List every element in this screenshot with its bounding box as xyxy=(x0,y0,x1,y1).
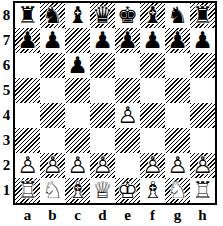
square-e4[interactable]: ♟♙ xyxy=(115,103,140,128)
square-f6[interactable] xyxy=(140,53,165,78)
square-d5[interactable] xyxy=(90,78,115,103)
white-pawn-f2: ♟♙ xyxy=(140,153,165,178)
square-h1[interactable]: ♜♖ xyxy=(190,178,215,203)
square-e8[interactable]: ♚ xyxy=(115,3,140,28)
file-label-b: b xyxy=(40,204,65,226)
white-pawn-b2: ♟♙ xyxy=(40,153,65,178)
rank-label-8: 8 xyxy=(0,3,13,28)
black-pawn-e7: ♟ xyxy=(115,28,140,53)
square-f3[interactable] xyxy=(140,128,165,153)
piece-outline: ♖ xyxy=(190,178,215,203)
square-a6[interactable] xyxy=(15,53,40,78)
black-rook-h8: ♜ xyxy=(190,3,215,28)
white-pawn-g2: ♟♙ xyxy=(165,153,190,178)
white-pawn-d2: ♟♙ xyxy=(90,153,115,178)
rank-label-1: 1 xyxy=(0,178,13,203)
file-label-h: h xyxy=(190,204,215,226)
file-labels: a b c d e f g h xyxy=(15,204,215,226)
square-c1[interactable]: ♝♗ xyxy=(65,178,90,203)
square-h5[interactable] xyxy=(190,78,215,103)
square-h6[interactable] xyxy=(190,53,215,78)
white-pawn-a2: ♟♙ xyxy=(15,153,40,178)
white-knight-b1: ♞♘ xyxy=(40,178,65,203)
square-c3[interactable] xyxy=(65,128,90,153)
white-queen-d1: ♛♕ xyxy=(90,178,115,203)
black-knight-g8: ♞ xyxy=(165,3,190,28)
piece-outline: ♕ xyxy=(90,178,115,203)
file-label-d: d xyxy=(90,204,115,226)
square-a2[interactable]: ♟♙ xyxy=(15,153,40,178)
white-king-e1: ♚♔ xyxy=(115,178,140,203)
square-b8[interactable]: ♞ xyxy=(40,3,65,28)
piece-outline: ♘ xyxy=(165,178,190,203)
black-pawn-h7: ♟ xyxy=(190,28,215,53)
piece-outline: ♗ xyxy=(65,178,90,203)
square-e5[interactable] xyxy=(115,78,140,103)
square-a5[interactable] xyxy=(15,78,40,103)
square-d2[interactable]: ♟♙ xyxy=(90,153,115,178)
square-f7[interactable]: ♟ xyxy=(140,28,165,53)
square-a8[interactable]: ♜ xyxy=(15,3,40,28)
file-label-c: c xyxy=(65,204,90,226)
square-g5[interactable] xyxy=(165,78,190,103)
piece-outline: ♙ xyxy=(190,153,215,178)
square-b1[interactable]: ♞♘ xyxy=(40,178,65,203)
rank-label-5: 5 xyxy=(0,78,13,103)
square-f1[interactable]: ♝♗ xyxy=(140,178,165,203)
white-bishop-c1: ♝♗ xyxy=(65,178,90,203)
rank-label-2: 2 xyxy=(0,153,13,178)
black-rook-a8: ♜ xyxy=(15,3,40,28)
square-c7[interactable] xyxy=(65,28,90,53)
square-c5[interactable] xyxy=(65,78,90,103)
square-e7[interactable]: ♟ xyxy=(115,28,140,53)
square-c4[interactable] xyxy=(65,103,90,128)
piece-outline: ♗ xyxy=(140,178,165,203)
square-a1[interactable]: ♜♖ xyxy=(15,178,40,203)
black-queen-d8: ♛ xyxy=(90,3,115,28)
white-rook-h1: ♜♖ xyxy=(190,178,215,203)
square-g4[interactable] xyxy=(165,103,190,128)
rank-label-3: 3 xyxy=(0,128,13,153)
square-b7[interactable]: ♟ xyxy=(40,28,65,53)
white-pawn-c2: ♟♙ xyxy=(65,153,90,178)
file-label-f: f xyxy=(140,204,165,226)
square-d8[interactable]: ♛ xyxy=(90,3,115,28)
square-h7[interactable]: ♟ xyxy=(190,28,215,53)
square-h4[interactable] xyxy=(190,103,215,128)
square-g6[interactable] xyxy=(165,53,190,78)
piece-outline: ♙ xyxy=(65,153,90,178)
piece-outline: ♙ xyxy=(165,153,190,178)
black-pawn-b7: ♟ xyxy=(40,28,65,53)
square-b2[interactable]: ♟♙ xyxy=(40,153,65,178)
white-rook-a1: ♜♖ xyxy=(15,178,40,203)
square-f8[interactable]: ♝ xyxy=(140,3,165,28)
square-e6[interactable] xyxy=(115,53,140,78)
board: ♜♞♝♛♚♝♞♜♟♟♟♟♟♟♟♟♟♙♟♙♟♙♟♙♟♙♟♙♟♙♟♙♜♖♞♘♝♗♛♕… xyxy=(13,1,217,205)
black-bishop-f8: ♝ xyxy=(140,3,165,28)
square-f5[interactable] xyxy=(140,78,165,103)
black-pawn-d7: ♟ xyxy=(90,28,115,53)
piece-outline: ♙ xyxy=(140,153,165,178)
black-pawn-g7: ♟ xyxy=(165,28,190,53)
square-g2[interactable]: ♟♙ xyxy=(165,153,190,178)
square-d4[interactable] xyxy=(90,103,115,128)
square-h3[interactable] xyxy=(190,128,215,153)
black-bishop-c8: ♝ xyxy=(65,3,90,28)
rank-label-7: 7 xyxy=(0,28,13,53)
square-f4[interactable] xyxy=(140,103,165,128)
piece-outline: ♔ xyxy=(115,178,140,203)
white-pawn-e4: ♟♙ xyxy=(115,103,140,128)
square-h8[interactable]: ♜ xyxy=(190,3,215,28)
square-a4[interactable] xyxy=(15,103,40,128)
square-e1[interactable]: ♚♔ xyxy=(115,178,140,203)
piece-outline: ♘ xyxy=(40,178,65,203)
piece-outline: ♙ xyxy=(40,153,65,178)
square-c2[interactable]: ♟♙ xyxy=(65,153,90,178)
file-label-a: a xyxy=(15,204,40,226)
black-king-e8: ♚ xyxy=(115,3,140,28)
square-c8[interactable]: ♝ xyxy=(65,3,90,28)
piece-outline: ♙ xyxy=(15,153,40,178)
square-f2[interactable]: ♟♙ xyxy=(140,153,165,178)
square-b6[interactable] xyxy=(40,53,65,78)
square-h2[interactable]: ♟♙ xyxy=(190,153,215,178)
square-b4[interactable] xyxy=(40,103,65,128)
square-d3[interactable] xyxy=(90,128,115,153)
square-a3[interactable] xyxy=(15,128,40,153)
square-d1[interactable]: ♛♕ xyxy=(90,178,115,203)
square-g7[interactable]: ♟ xyxy=(165,28,190,53)
square-a7[interactable]: ♟ xyxy=(15,28,40,53)
white-bishop-f1: ♝♗ xyxy=(140,178,165,203)
piece-outline: ♙ xyxy=(115,103,140,128)
black-pawn-f7: ♟ xyxy=(140,28,165,53)
white-knight-g1: ♞♘ xyxy=(165,178,190,203)
square-g8[interactable]: ♞ xyxy=(165,3,190,28)
black-pawn-a7: ♟ xyxy=(15,28,40,53)
black-pawn-c6: ♟ xyxy=(65,53,90,78)
rank-label-4: 4 xyxy=(0,103,13,128)
square-g1[interactable]: ♞♘ xyxy=(165,178,190,203)
file-label-e: e xyxy=(115,204,140,226)
rank-labels: 8 7 6 5 4 3 2 1 xyxy=(0,3,13,203)
square-e3[interactable] xyxy=(115,128,140,153)
square-e2[interactable] xyxy=(115,153,140,178)
square-b3[interactable] xyxy=(40,128,65,153)
chess-diagram: 8 7 6 5 4 3 2 1 ♜♞♝♛♚♝♞♜♟♟♟♟♟♟♟♟♟♙♟♙♟♙♟♙… xyxy=(0,0,223,226)
square-c6[interactable]: ♟ xyxy=(65,53,90,78)
white-pawn-h2: ♟♙ xyxy=(190,153,215,178)
square-g3[interactable] xyxy=(165,128,190,153)
square-d6[interactable] xyxy=(90,53,115,78)
piece-outline: ♖ xyxy=(15,178,40,203)
square-b5[interactable] xyxy=(40,78,65,103)
rank-label-6: 6 xyxy=(0,53,13,78)
file-label-g: g xyxy=(165,204,190,226)
black-knight-b8: ♞ xyxy=(40,3,65,28)
square-d7[interactable]: ♟ xyxy=(90,28,115,53)
piece-outline: ♙ xyxy=(90,153,115,178)
